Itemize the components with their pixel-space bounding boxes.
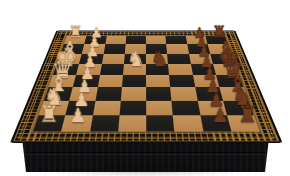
square-d6: [169, 75, 194, 87]
piece-white-knight-e4[interactable]: ♞: [125, 41, 148, 70]
square-d4: [122, 75, 146, 87]
square-c3: [95, 87, 122, 100]
square-b3: [92, 100, 120, 115]
square-c4: [121, 87, 147, 100]
piece-white-rook-a1[interactable]: ♜: [35, 90, 63, 126]
square-d3: [97, 75, 122, 87]
square-a3: [90, 115, 120, 131]
piece-black-rook-a8[interactable]: ♜: [234, 90, 262, 126]
square-d5: [146, 75, 170, 87]
square-a6: [173, 115, 203, 131]
case-lid-seam: [25, 152, 266, 155]
square-c6: [170, 87, 197, 100]
piece-black-pawn-a7[interactable]: ♟: [205, 90, 233, 126]
square-e3: [100, 64, 124, 75]
square-a4: [118, 115, 146, 131]
square-b5: [146, 100, 173, 115]
square-f3: [101, 54, 124, 64]
square-c5: [146, 87, 172, 100]
square-a5: [146, 115, 174, 131]
piece-white-pawn-a2[interactable]: ♟: [63, 90, 91, 126]
case-shadow: [34, 169, 256, 176]
square-g3: [103, 44, 125, 53]
chess-board: ♜♝♚♛♝♞♜♟♟♟♟♟♟♟♟♞♞♟♟♟♟♟♟♟♟♜♝♚♛♝♞♜: [10, 30, 283, 143]
square-h3: [105, 36, 126, 45]
piece-black-knight-e5[interactable]: ♞: [148, 41, 171, 70]
chess-set-product-photo: ♜♝♚♛♝♞♜♟♟♟♟♟♟♟♟♞♞♟♟♟♟♟♟♟♟♜♝♚♛♝♞♜: [0, 0, 290, 176]
square-e6: [168, 64, 192, 75]
square-b4: [119, 100, 146, 115]
square-b6: [172, 100, 200, 115]
